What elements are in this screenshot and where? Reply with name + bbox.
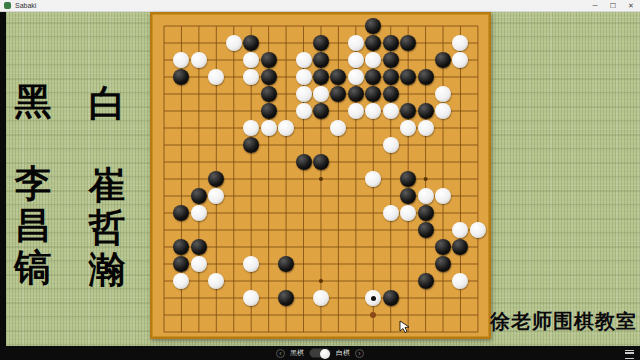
black-stone <box>261 69 277 85</box>
black-stone <box>296 154 312 170</box>
left-black-strip <box>0 12 6 346</box>
white-stone <box>296 69 312 85</box>
white-toggle-label: 白棋 <box>336 348 350 358</box>
black-stone <box>435 52 451 68</box>
white-stone <box>383 137 399 153</box>
black-stone <box>383 52 399 68</box>
close-button[interactable]: ✕ <box>622 0 640 12</box>
black-stone <box>418 273 434 289</box>
white-stone <box>435 103 451 119</box>
black-stone <box>313 103 329 119</box>
black-stone <box>348 86 364 102</box>
black-stone <box>418 222 434 238</box>
black-stone <box>278 290 294 306</box>
white-stone <box>296 52 312 68</box>
color-toggle[interactable] <box>309 348 331 358</box>
black-stone <box>418 103 434 119</box>
next-move-button[interactable]: › <box>355 349 364 358</box>
black-color-label: 黑 <box>15 82 52 122</box>
white-stone <box>296 103 312 119</box>
white-stone <box>296 86 312 102</box>
star-point <box>424 177 428 181</box>
white-stone <box>418 188 434 204</box>
white-color-label: 白 <box>89 84 126 124</box>
white-stone <box>435 188 451 204</box>
bottom-toolbar: ‹ 黑棋 白棋 › <box>0 346 640 360</box>
black-stone <box>191 239 207 255</box>
black-stone <box>383 35 399 51</box>
go-board[interactable] <box>150 12 491 339</box>
hamburger-menu-icon[interactable] <box>625 350 634 359</box>
black-stone <box>418 205 434 221</box>
black-name-char-3: 镐 <box>15 247 52 289</box>
toggle-knob-icon <box>320 349 330 359</box>
sabaki-app-icon <box>4 2 11 9</box>
black-stone <box>313 69 329 85</box>
last-move-marker <box>371 296 376 301</box>
white-stone <box>348 35 364 51</box>
star-point <box>319 177 323 181</box>
black-stone <box>313 35 329 51</box>
white-stone <box>348 69 364 85</box>
black-toggle-label: 黑棋 <box>290 348 304 358</box>
black-stone <box>261 86 277 102</box>
black-stone <box>313 52 329 68</box>
white-name-char-1: 崔 <box>89 165 126 207</box>
black-stone <box>313 154 329 170</box>
white-stone <box>278 120 294 136</box>
white-stone <box>470 222 486 238</box>
black-stone <box>261 103 277 119</box>
prev-move-button[interactable]: ‹ <box>276 349 285 358</box>
white-stone <box>435 86 451 102</box>
black-stone <box>383 290 399 306</box>
black-stone <box>278 256 294 272</box>
white-stone <box>226 35 242 51</box>
window-title: Sabaki <box>15 2 36 9</box>
white-stone <box>383 205 399 221</box>
window-controls: ─ ☐ ✕ <box>586 0 640 12</box>
black-name-char-1: 李 <box>15 163 52 205</box>
black-stone <box>383 86 399 102</box>
white-player-panel: 白 崔 哲 瀚 <box>86 84 128 291</box>
black-stone <box>418 69 434 85</box>
black-stone <box>383 69 399 85</box>
black-stone <box>435 239 451 255</box>
white-stone <box>191 52 207 68</box>
black-stone <box>191 188 207 204</box>
white-name-char-2: 哲 <box>89 207 126 249</box>
white-stone <box>313 86 329 102</box>
white-stone <box>191 205 207 221</box>
black-stone <box>261 52 277 68</box>
white-stone <box>418 120 434 136</box>
minimize-button[interactable]: ─ <box>586 0 604 12</box>
white-stone <box>313 290 329 306</box>
white-stone <box>348 52 364 68</box>
black-name-char-2: 昌 <box>15 205 52 247</box>
white-stone <box>191 256 207 272</box>
white-name-char-3: 瀚 <box>89 249 126 291</box>
white-stone <box>383 103 399 119</box>
black-player-panel: 黑 李 昌 镐 <box>12 82 54 289</box>
classroom-caption: 徐老师围棋教室 <box>490 308 637 335</box>
white-stone <box>348 103 364 119</box>
white-stone <box>261 120 277 136</box>
black-stone <box>435 256 451 272</box>
star-point <box>319 279 323 283</box>
window-titlebar: Sabaki ─ ☐ ✕ <box>0 0 640 12</box>
maximize-button[interactable]: ☐ <box>604 0 622 12</box>
